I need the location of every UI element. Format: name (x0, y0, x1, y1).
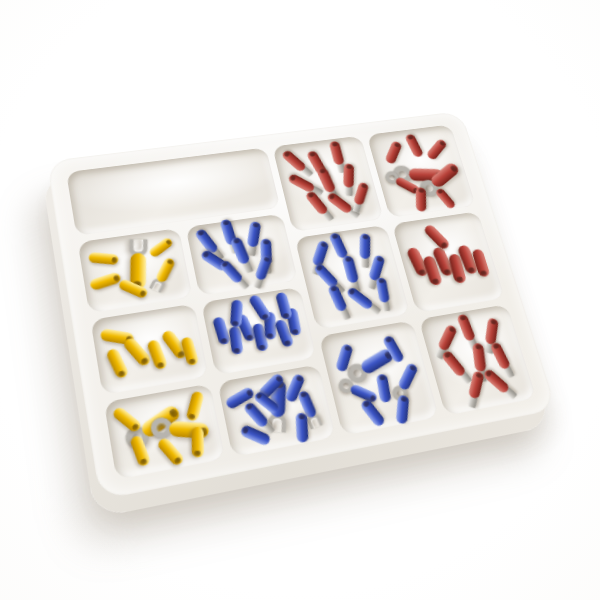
terminal-fork-yellow (149, 256, 177, 293)
terminal-disc-blue (245, 221, 261, 257)
terminal-tube-yellow (88, 252, 118, 265)
terminal-tube-blue (296, 413, 309, 442)
terminal-insulation-sleeve (398, 362, 419, 391)
terminal-insulation-sleeve (180, 336, 199, 366)
terminal-insulation-sleeve (434, 187, 456, 209)
terminal-insulation-sleeve (105, 347, 129, 379)
terminal-insulation-sleeve (328, 232, 349, 259)
compartment-blue-fork-terminals (217, 364, 336, 457)
terminal-insulation-sleeve (156, 436, 185, 467)
terminal-insulation-sleeve (416, 187, 426, 212)
compartment-yellow-butt-connectors (90, 304, 208, 395)
terminal-tube-red (425, 138, 447, 161)
terminal-insulation-sleeve (88, 252, 118, 265)
terminal-tube-red (404, 134, 424, 158)
terminal-tube-yellow (89, 271, 122, 291)
terminal-insulation-sleeve (230, 299, 243, 327)
compartment-red-disconnects-lower (419, 304, 537, 415)
compartment-red-butt-connectors (392, 211, 505, 312)
terminal-insulation-sleeve (376, 278, 390, 303)
terminal-insulation-sleeve (146, 339, 168, 371)
terminal-insulation-sleeve (148, 237, 174, 259)
terminal-assortment-tray (47, 111, 557, 500)
terminal-insulation-sleeve (192, 427, 204, 457)
terminal-tube-yellow (105, 347, 129, 379)
terminal-tube-blue (376, 374, 392, 403)
terminal-tube-yellow (146, 339, 168, 371)
terminal-insulation-sleeve (186, 391, 205, 422)
compartment-red-disconnects-top (272, 136, 383, 232)
terminal-tube-red (434, 187, 456, 209)
terminal-insulation-sleeve (353, 181, 369, 205)
terminal-insulation-sleeve (438, 324, 459, 352)
compartment-yellow-fork-terminals (78, 228, 193, 313)
terminal-insulation-sleeve (328, 141, 344, 165)
terminal-disc-red (343, 163, 354, 196)
terminal-tube-blue (212, 316, 231, 345)
terminal-insulation-sleeve (359, 233, 370, 259)
terminal-insulation-sleeve (441, 349, 467, 377)
compartment-blue-butt-connectors (201, 287, 317, 375)
terminal-tube-red (385, 140, 403, 165)
terminal-insulation-sleeve (248, 294, 272, 322)
terminal-insulation-sleeve (376, 374, 392, 403)
terminal-fork-yellow (129, 239, 148, 289)
terminal-disc-red (441, 349, 474, 385)
terminal-tube-yellow (148, 237, 174, 259)
terminal-insulation-sleeve (404, 134, 424, 158)
terminal-insulation-sleeve (155, 256, 176, 283)
terminal-insulation-sleeve (343, 163, 354, 188)
terminal-insulation-sleeve (89, 271, 122, 291)
terminal-disc-blue (346, 286, 382, 317)
compartment-blue-disconnects-right (295, 225, 411, 330)
terminal-insulation-sleeve (429, 161, 461, 189)
terminal-insulation-sleeve (275, 291, 293, 319)
terminal-tube-yellow (192, 427, 204, 457)
terminal-insulation-sleeve (425, 138, 447, 161)
terminal-insulation-sleeve (212, 316, 231, 345)
compartment-red-ring-terminals (367, 125, 476, 218)
compartment-blue-ring-terminals (319, 320, 439, 435)
terminal-tube-yellow (156, 436, 185, 467)
terminal-tube-blue (275, 291, 293, 319)
terminal-insulation-sleeve (247, 221, 262, 248)
compartment-yellow-ring-terminals (104, 384, 225, 480)
terminal-tube-blue (248, 294, 272, 322)
compartment-blue-disconnects-upper (186, 214, 298, 296)
terminal-insulation-sleeve (296, 413, 309, 442)
terminal-disc-red (351, 181, 370, 213)
terminal-tube-yellow (186, 391, 205, 422)
terminal-tube-blue (230, 299, 243, 327)
terminal-insulation-sleeve (385, 140, 403, 165)
terminal-tube-red (416, 187, 426, 212)
terminal-insulation-sleeve (280, 149, 306, 173)
product-photo-scene (0, 0, 600, 600)
terminal-insulation-sleeve (342, 255, 360, 283)
terminal-tube-blue (395, 395, 408, 425)
terminal-disc-blue (359, 233, 370, 268)
terminal-insulation-sleeve (489, 341, 511, 370)
terminal-insulation-sleeve (395, 395, 408, 425)
terminal-insulation-sleeve (456, 314, 476, 342)
terminal-tube-yellow (180, 336, 199, 366)
